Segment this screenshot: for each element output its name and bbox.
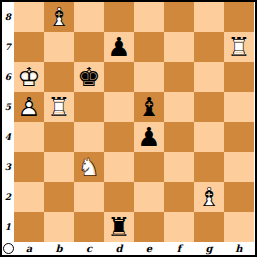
square-d3[interactable] — [104, 152, 134, 182]
chess-board[interactable]: ♝♗♟♜♖♚♔♚♟♙♜♖♝♟♞♘♝♗♜ — [14, 2, 254, 242]
rank-label-8: 8 — [2, 2, 14, 32]
square-h8[interactable] — [224, 2, 254, 32]
white-to-move-indicator-icon — [3, 243, 14, 254]
square-d7[interactable]: ♟ — [104, 32, 134, 62]
square-h6[interactable] — [224, 62, 254, 92]
chess-diagram: 87654321 ♝♗♟♜♖♚♔♚♟♙♜♖♝♟♞♘♝♗♜ abcdefgh — [0, 0, 257, 257]
square-d1[interactable]: ♜ — [104, 212, 134, 242]
square-e8[interactable] — [134, 2, 164, 32]
square-b2[interactable] — [44, 182, 74, 212]
white-king[interactable]: ♚♔ — [14, 62, 44, 92]
rank-label-4: 4 — [2, 122, 14, 152]
square-f8[interactable] — [164, 2, 194, 32]
rank-label-1: 1 — [2, 212, 14, 242]
black-pawn[interactable]: ♟ — [104, 32, 134, 62]
square-d5[interactable] — [104, 92, 134, 122]
square-c2[interactable] — [74, 182, 104, 212]
black-king-glyph: ♚ — [74, 62, 104, 92]
black-pawn[interactable]: ♟ — [134, 122, 164, 152]
square-b7[interactable] — [44, 32, 74, 62]
file-labels: abcdefgh — [14, 242, 254, 255]
square-h5[interactable] — [224, 92, 254, 122]
black-pawn-glyph: ♟ — [134, 122, 164, 152]
square-b6[interactable] — [44, 62, 74, 92]
file-label-b: b — [44, 242, 74, 255]
file-label-d: d — [104, 242, 134, 255]
white-bishop[interactable]: ♝♗ — [194, 182, 224, 212]
square-d4[interactable] — [104, 122, 134, 152]
white-knight[interactable]: ♞♘ — [74, 152, 104, 182]
square-c6[interactable]: ♚ — [74, 62, 104, 92]
square-b8[interactable]: ♝♗ — [44, 2, 74, 32]
square-f4[interactable] — [164, 122, 194, 152]
black-pawn-glyph: ♟ — [104, 32, 134, 62]
square-e3[interactable] — [134, 152, 164, 182]
square-e6[interactable] — [134, 62, 164, 92]
white-rook[interactable]: ♜♖ — [44, 92, 74, 122]
file-label-c: c — [74, 242, 104, 255]
square-h2[interactable] — [224, 182, 254, 212]
square-h7[interactable]: ♜♖ — [224, 32, 254, 62]
square-g3[interactable] — [194, 152, 224, 182]
square-c1[interactable] — [74, 212, 104, 242]
square-a8[interactable] — [14, 2, 44, 32]
square-a5[interactable]: ♟♙ — [14, 92, 44, 122]
square-g8[interactable] — [194, 2, 224, 32]
square-a7[interactable] — [14, 32, 44, 62]
white-pawn[interactable]: ♟♙ — [14, 92, 44, 122]
square-c4[interactable] — [74, 122, 104, 152]
square-a4[interactable] — [14, 122, 44, 152]
square-f7[interactable] — [164, 32, 194, 62]
square-f1[interactable] — [164, 212, 194, 242]
file-label-f: f — [164, 242, 194, 255]
black-rook-glyph: ♜ — [104, 212, 134, 242]
square-c5[interactable] — [74, 92, 104, 122]
square-e1[interactable] — [134, 212, 164, 242]
white-bishop-glyph: ♗ — [194, 182, 224, 212]
square-g2[interactable]: ♝♗ — [194, 182, 224, 212]
square-g6[interactable] — [194, 62, 224, 92]
square-a6[interactable]: ♚♔ — [14, 62, 44, 92]
rank-label-5: 5 — [2, 92, 14, 122]
square-a3[interactable] — [14, 152, 44, 182]
square-h1[interactable] — [224, 212, 254, 242]
file-label-e: e — [134, 242, 164, 255]
square-g1[interactable] — [194, 212, 224, 242]
black-king[interactable]: ♚ — [74, 62, 104, 92]
square-e7[interactable] — [134, 32, 164, 62]
square-h4[interactable] — [224, 122, 254, 152]
white-king-glyph: ♔ — [14, 62, 44, 92]
square-b1[interactable] — [44, 212, 74, 242]
square-d2[interactable] — [104, 182, 134, 212]
rank-label-3: 3 — [2, 152, 14, 182]
square-g7[interactable] — [194, 32, 224, 62]
rank-label-2: 2 — [2, 182, 14, 212]
square-c3[interactable]: ♞♘ — [74, 152, 104, 182]
file-label-g: g — [194, 242, 224, 255]
square-e4[interactable]: ♟ — [134, 122, 164, 152]
square-f2[interactable] — [164, 182, 194, 212]
bottom-strip: abcdefgh — [2, 242, 255, 255]
square-b5[interactable]: ♜♖ — [44, 92, 74, 122]
square-d6[interactable] — [104, 62, 134, 92]
square-h3[interactable] — [224, 152, 254, 182]
rank-label-6: 6 — [2, 62, 14, 92]
black-rook[interactable]: ♜ — [104, 212, 134, 242]
file-label-h: h — [224, 242, 254, 255]
white-rook-glyph: ♖ — [44, 92, 74, 122]
square-c7[interactable] — [74, 32, 104, 62]
rank-label-7: 7 — [2, 32, 14, 62]
square-e5[interactable]: ♝ — [134, 92, 164, 122]
square-c8[interactable] — [74, 2, 104, 32]
square-g4[interactable] — [194, 122, 224, 152]
rank-labels: 87654321 — [2, 2, 14, 242]
white-rook-glyph: ♖ — [224, 32, 254, 62]
white-rook[interactable]: ♜♖ — [224, 32, 254, 62]
white-bishop[interactable]: ♝♗ — [44, 2, 74, 32]
square-b3[interactable] — [44, 152, 74, 182]
white-knight-glyph: ♘ — [74, 152, 104, 182]
square-g5[interactable] — [194, 92, 224, 122]
white-bishop-glyph: ♗ — [44, 2, 74, 32]
black-bishop-glyph: ♝ — [134, 92, 164, 122]
white-pawn-glyph: ♙ — [14, 92, 44, 122]
black-bishop[interactable]: ♝ — [134, 92, 164, 122]
square-a1[interactable] — [14, 212, 44, 242]
square-f3[interactable] — [164, 152, 194, 182]
square-f5[interactable] — [164, 92, 194, 122]
square-f6[interactable] — [164, 62, 194, 92]
square-b4[interactable] — [44, 122, 74, 152]
square-d8[interactable] — [104, 2, 134, 32]
file-label-a: a — [14, 242, 44, 255]
square-e2[interactable] — [134, 182, 164, 212]
square-a2[interactable] — [14, 182, 44, 212]
